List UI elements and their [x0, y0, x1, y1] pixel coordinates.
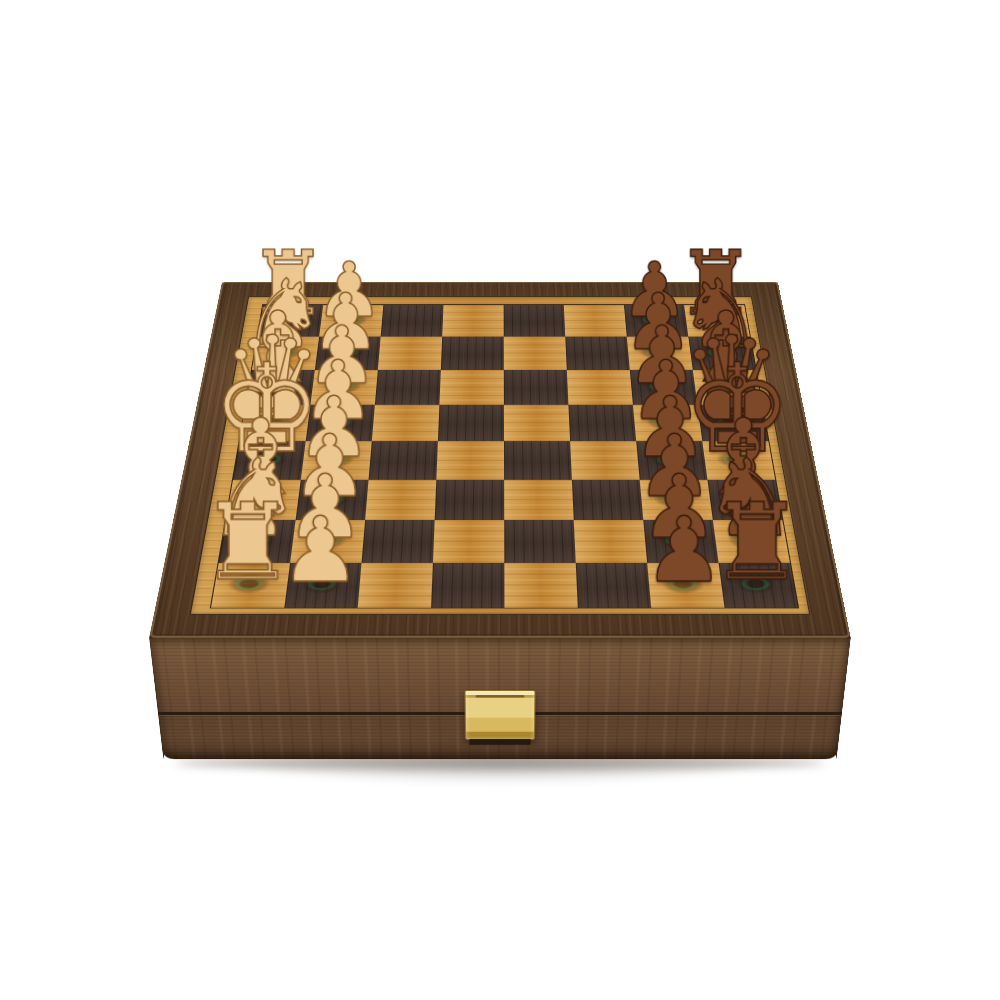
clasp-slot [476, 695, 524, 698]
brown-rook-glyph: ♜ [709, 493, 804, 593]
brass-clasp [464, 690, 535, 740]
clasp-keeper [469, 739, 530, 745]
pieces-layer: ♜♞♝♛♚♝♞♜♟♟♟♟♟♟♟♟♟♟♟♟♟♟♟♟♜♞♝♛♚♝♞♜ [209, 304, 795, 606]
box-front-face [149, 638, 850, 760]
white-rook-glyph: ♜ [200, 493, 295, 593]
perspective-stage: ♜♞♝♛♚♝♞♜♟♟♟♟♟♟♟♟♟♟♟♟♟♟♟♟♜♞♝♛♚♝♞♜ [0, 0, 1000, 1000]
product-photo-scene: ♜♞♝♛♚♝♞♜♟♟♟♟♟♟♟♟♟♟♟♟♟♟♟♟♜♞♝♛♚♝♞♜ [0, 0, 1000, 1000]
board-top-face: ♜♞♝♛♚♝♞♜♟♟♟♟♟♟♟♟♟♟♟♟♟♟♟♟♜♞♝♛♚♝♞♜ [149, 282, 850, 638]
